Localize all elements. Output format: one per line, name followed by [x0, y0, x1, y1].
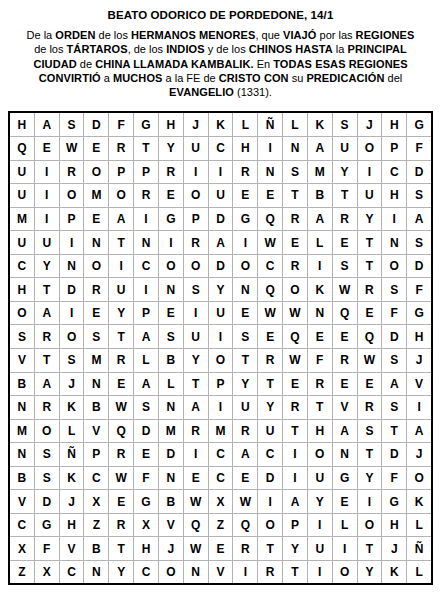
grid-cell-r16c14[interactable]: G [333, 467, 357, 490]
grid-cell-r10c5[interactable]: T [109, 325, 133, 348]
grid-cell-r7c2[interactable]: Y [35, 255, 59, 278]
grid-cell-r16c9[interactable]: C [209, 467, 233, 490]
grid-cell-r17c5[interactable]: E [109, 490, 133, 513]
grid-cell-r5c7[interactable]: G [159, 208, 183, 231]
grid-cell-r15c11[interactable]: C [258, 443, 282, 466]
grid-cell-r17c3[interactable]: J [60, 490, 84, 513]
grid-cell-r18c15[interactable]: O [358, 514, 382, 537]
grid-cell-r12c15[interactable]: E [358, 373, 382, 396]
grid-cell-r9c8[interactable]: I [184, 302, 208, 325]
grid-cell-r18c3[interactable]: H [60, 514, 84, 537]
grid-cell-r5c14[interactable]: R [333, 208, 357, 231]
grid-cell-r1c9[interactable]: K [209, 113, 233, 136]
grid-cell-r12c13[interactable]: R [308, 373, 332, 396]
grid-cell-r18c7[interactable]: V [159, 514, 183, 537]
grid-cell-r9c17[interactable]: G [407, 302, 431, 325]
grid-cell-r13c17[interactable]: I [407, 396, 431, 419]
grid-cell-r19c17[interactable]: Ñ [407, 537, 431, 560]
grid-cell-r15c7[interactable]: D [159, 443, 183, 466]
grid-cell-r16c7[interactable]: N [159, 467, 183, 490]
grid-cell-r3c5[interactable]: P [109, 161, 133, 184]
grid-cell-r6c13[interactable]: L [308, 231, 332, 254]
grid-cell-r8c10[interactable]: N [233, 278, 257, 301]
grid-cell-r17c8[interactable]: W [184, 490, 208, 513]
grid-cell-r15c2[interactable]: S [35, 443, 59, 466]
grid-cell-r12c9[interactable]: P [209, 373, 233, 396]
grid-cell-r14c13[interactable]: H [308, 420, 332, 443]
grid-cell-r17c9[interactable]: X [209, 490, 233, 513]
grid-cell-r19c11[interactable]: T [258, 537, 282, 560]
grid-cell-r20c13[interactable]: I [308, 561, 332, 584]
grid-cell-r15c9[interactable]: C [209, 443, 233, 466]
grid-cell-r2c2[interactable]: E [35, 137, 59, 160]
grid-cell-r8c4[interactable]: R [84, 278, 108, 301]
grid-cell-r12c2[interactable]: A [35, 373, 59, 396]
grid-cell-r17c2[interactable]: D [35, 490, 59, 513]
grid-cell-r2c4[interactable]: E [84, 137, 108, 160]
grid-cell-r14c16[interactable]: T [382, 420, 406, 443]
grid-cell-r5c4[interactable]: E [84, 208, 108, 231]
grid-cell-r9c3[interactable]: I [60, 302, 84, 325]
grid-cell-r18c17[interactable]: L [407, 514, 431, 537]
grid-cell-r1c14[interactable]: S [333, 113, 357, 136]
grid-cell-r3c12[interactable]: S [283, 161, 307, 184]
grid-cell-r8c3[interactable]: D [60, 278, 84, 301]
grid-cell-r15c3[interactable]: Ñ [60, 443, 84, 466]
grid-cell-r11c13[interactable]: F [308, 349, 332, 372]
grid-cell-r9c14[interactable]: Q [333, 302, 357, 325]
grid-cell-r17c13[interactable]: Y [308, 490, 332, 513]
grid-cell-r16c13[interactable]: U [308, 467, 332, 490]
grid-cell-r17c11[interactable]: I [258, 490, 282, 513]
grid-cell-r2c3[interactable]: W [60, 137, 84, 160]
grid-cell-r14c7[interactable]: M [159, 420, 183, 443]
grid-cell-r4c16[interactable]: H [382, 184, 406, 207]
grid-cell-r11c2[interactable]: T [35, 349, 59, 372]
grid-cell-r14c4[interactable]: V [84, 420, 108, 443]
grid-cell-r17c14[interactable]: E [333, 490, 357, 513]
grid-cell-r19c16[interactable]: J [382, 537, 406, 560]
grid-cell-r20c8[interactable]: N [184, 561, 208, 584]
grid-cell-r18c2[interactable]: G [35, 514, 59, 537]
grid-cell-r19c4[interactable]: B [84, 537, 108, 560]
grid-cell-r15c15[interactable]: T [358, 443, 382, 466]
grid-cell-r8c17[interactable]: F [407, 278, 431, 301]
grid-cell-r3c10[interactable]: R [233, 161, 257, 184]
grid-cell-r1c17[interactable]: G [407, 113, 431, 136]
grid-cell-r3c8[interactable]: I [184, 161, 208, 184]
grid-cell-r20c14[interactable]: O [333, 561, 357, 584]
grid-cell-r14c12[interactable]: T [283, 420, 307, 443]
grid-cell-r13c16[interactable]: S [382, 396, 406, 419]
grid-cell-r8c8[interactable]: S [184, 278, 208, 301]
grid-cell-r12c11[interactable]: T [258, 373, 282, 396]
grid-cell-r20c10[interactable]: I [233, 561, 257, 584]
grid-cell-r17c10[interactable]: W [233, 490, 257, 513]
grid-cell-r4c13[interactable]: B [308, 184, 332, 207]
grid-cell-r6c8[interactable]: R [184, 231, 208, 254]
grid-cell-r2c9[interactable]: C [209, 137, 233, 160]
grid-cell-r4c2[interactable]: I [35, 184, 59, 207]
grid-cell-r20c17[interactable]: L [407, 561, 431, 584]
grid-cell-r5c9[interactable]: D [209, 208, 233, 231]
grid-cell-r5c10[interactable]: G [233, 208, 257, 231]
grid-cell-r1c15[interactable]: J [358, 113, 382, 136]
grid-cell-r8c15[interactable]: R [358, 278, 382, 301]
grid-cell-r9c6[interactable]: P [134, 302, 158, 325]
grid-cell-r7c9[interactable]: D [209, 255, 233, 278]
grid-cell-r15c5[interactable]: R [109, 443, 133, 466]
grid-cell-r1c1[interactable]: H [10, 113, 34, 136]
grid-cell-r13c8[interactable]: A [184, 396, 208, 419]
grid-cell-r9c9[interactable]: U [209, 302, 233, 325]
grid-cell-r12c12[interactable]: E [283, 373, 307, 396]
grid-cell-r6c7[interactable]: I [159, 231, 183, 254]
grid-cell-r4c11[interactable]: E [258, 184, 282, 207]
grid-cell-r5c1[interactable]: M [10, 208, 34, 231]
grid-cell-r9c1[interactable]: O [10, 302, 34, 325]
grid-cell-r11c15[interactable]: W [358, 349, 382, 372]
grid-cell-r5c5[interactable]: A [109, 208, 133, 231]
grid-cell-r6c17[interactable]: S [407, 231, 431, 254]
grid-cell-r8c12[interactable]: O [283, 278, 307, 301]
grid-cell-r19c10[interactable]: R [233, 537, 257, 560]
grid-cell-r19c15[interactable]: T [358, 537, 382, 560]
grid-cell-r14c3[interactable]: L [60, 420, 84, 443]
grid-cell-r14c5[interactable]: Q [109, 420, 133, 443]
grid-cell-r7c10[interactable]: O [233, 255, 257, 278]
grid-cell-r14c1[interactable]: M [10, 420, 34, 443]
grid-cell-r4c4[interactable]: M [84, 184, 108, 207]
grid-cell-r11c9[interactable]: O [209, 349, 233, 372]
grid-cell-r13c7[interactable]: N [159, 396, 183, 419]
grid-cell-r17c4[interactable]: X [84, 490, 108, 513]
grid-cell-r2c5[interactable]: R [109, 137, 133, 160]
grid-cell-r14c11[interactable]: U [258, 420, 282, 443]
grid-cell-r16c5[interactable]: W [109, 467, 133, 490]
grid-cell-r13c9[interactable]: I [209, 396, 233, 419]
grid-cell-r18c10[interactable]: Q [233, 514, 257, 537]
grid-cell-r6c6[interactable]: N [134, 231, 158, 254]
grid-cell-r6c1[interactable]: U [10, 231, 34, 254]
grid-cell-r5c8[interactable]: P [184, 208, 208, 231]
grid-cell-r16c6[interactable]: F [134, 467, 158, 490]
grid-cell-r1c13[interactable]: K [308, 113, 332, 136]
grid-cell-r9c7[interactable]: E [159, 302, 183, 325]
grid-cell-r13c12[interactable]: R [283, 396, 307, 419]
grid-cell-r4c3[interactable]: O [60, 184, 84, 207]
grid-cell-r18c12[interactable]: P [283, 514, 307, 537]
grid-cell-r2c17[interactable]: F [407, 137, 431, 160]
grid-cell-r8c13[interactable]: K [308, 278, 332, 301]
grid-cell-r7c12[interactable]: R [283, 255, 307, 278]
grid-cell-r19c13[interactable]: U [308, 537, 332, 560]
grid-cell-r16c4[interactable]: C [84, 467, 108, 490]
grid-cell-r16c10[interactable]: E [233, 467, 257, 490]
grid-cell-r13c4[interactable]: B [84, 396, 108, 419]
grid-cell-r7c3[interactable]: N [60, 255, 84, 278]
grid-cell-r4c8[interactable]: O [184, 184, 208, 207]
grid-cell-r19c5[interactable]: T [109, 537, 133, 560]
grid-cell-r19c14[interactable]: I [333, 537, 357, 560]
grid-cell-r9c12[interactable]: W [283, 302, 307, 325]
grid-cell-r12c4[interactable]: N [84, 373, 108, 396]
grid-cell-r15c17[interactable]: J [407, 443, 431, 466]
grid-cell-r4c6[interactable]: R [134, 184, 158, 207]
grid-cell-r4c5[interactable]: O [109, 184, 133, 207]
grid-cell-r12c8[interactable]: T [184, 373, 208, 396]
grid-cell-r1c8[interactable]: J [184, 113, 208, 136]
grid-cell-r5c15[interactable]: Y [358, 208, 382, 231]
grid-cell-r20c5[interactable]: Y [109, 561, 133, 584]
grid-cell-r10c8[interactable]: U [184, 325, 208, 348]
grid-cell-r1c7[interactable]: H [159, 113, 183, 136]
grid-cell-r8c2[interactable]: T [35, 278, 59, 301]
grid-cell-r9c16[interactable]: F [382, 302, 406, 325]
grid-cell-r4c10[interactable]: E [233, 184, 257, 207]
grid-cell-r2c16[interactable]: P [382, 137, 406, 160]
grid-cell-r2c10[interactable]: H [233, 137, 257, 160]
grid-cell-r8c16[interactable]: S [382, 278, 406, 301]
grid-cell-r19c1[interactable]: X [10, 537, 34, 560]
grid-cell-r2c7[interactable]: Y [159, 137, 183, 160]
grid-cell-r8c7[interactable]: N [159, 278, 183, 301]
grid-cell-r5c6[interactable]: I [134, 208, 158, 231]
grid-cell-r15c4[interactable]: P [84, 443, 108, 466]
grid-cell-r16c2[interactable]: S [35, 467, 59, 490]
grid-cell-r12c5[interactable]: E [109, 373, 133, 396]
grid-cell-r17c12[interactable]: A [283, 490, 307, 513]
grid-cell-r20c3[interactable]: C [60, 561, 84, 584]
grid-cell-r14c9[interactable]: M [209, 420, 233, 443]
grid-cell-r12c16[interactable]: A [382, 373, 406, 396]
grid-cell-r14c6[interactable]: D [134, 420, 158, 443]
grid-cell-r2c14[interactable]: U [333, 137, 357, 160]
grid-cell-r11c10[interactable]: T [233, 349, 257, 372]
grid-cell-r2c11[interactable]: I [258, 137, 282, 160]
grid-cell-r11c17[interactable]: J [407, 349, 431, 372]
grid-cell-r15c1[interactable]: N [10, 443, 34, 466]
grid-cell-r16c11[interactable]: D [258, 467, 282, 490]
grid-cell-r2c15[interactable]: O [358, 137, 382, 160]
grid-cell-r10c10[interactable]: S [233, 325, 257, 348]
grid-cell-r9c10[interactable]: E [233, 302, 257, 325]
grid-cell-r2c12[interactable]: N [283, 137, 307, 160]
grid-cell-r2c6[interactable]: T [134, 137, 158, 160]
grid-cell-r10c12[interactable]: Q [283, 325, 307, 348]
grid-cell-r16c1[interactable]: B [10, 467, 34, 490]
grid-cell-r19c6[interactable]: H [134, 537, 158, 560]
grid-cell-r10c2[interactable]: R [35, 325, 59, 348]
grid-cell-r18c4[interactable]: Z [84, 514, 108, 537]
grid-cell-r8c14[interactable]: W [333, 278, 357, 301]
grid-cell-r5c17[interactable]: A [407, 208, 431, 231]
grid-cell-r7c4[interactable]: O [84, 255, 108, 278]
grid-cell-r3c4[interactable]: O [84, 161, 108, 184]
grid-cell-r20c12[interactable]: T [283, 561, 307, 584]
grid-cell-r19c7[interactable]: J [159, 537, 183, 560]
grid-cell-r4c7[interactable]: E [159, 184, 183, 207]
grid-cell-r14c2[interactable]: O [35, 420, 59, 443]
grid-cell-r1c5[interactable]: F [109, 113, 133, 136]
grid-cell-r8c6[interactable]: I [134, 278, 158, 301]
grid-cell-r9c13[interactable]: N [308, 302, 332, 325]
grid-cell-r9c2[interactable]: A [35, 302, 59, 325]
grid-cell-r12c7[interactable]: L [159, 373, 183, 396]
grid-cell-r20c9[interactable]: V [209, 561, 233, 584]
grid-cell-r10c15[interactable]: Q [358, 325, 382, 348]
grid-cell-r11c11[interactable]: R [258, 349, 282, 372]
grid-cell-r12c6[interactable]: A [134, 373, 158, 396]
grid-cell-r7c13[interactable]: I [308, 255, 332, 278]
grid-cell-r1c10[interactable]: L [233, 113, 257, 136]
grid-cell-r14c10[interactable]: R [233, 420, 257, 443]
grid-cell-r19c2[interactable]: F [35, 537, 59, 560]
grid-cell-r7c17[interactable]: D [407, 255, 431, 278]
grid-cell-r1c2[interactable]: A [35, 113, 59, 136]
grid-cell-r10c3[interactable]: O [60, 325, 84, 348]
grid-cell-r11c16[interactable]: S [382, 349, 406, 372]
grid-cell-r6c4[interactable]: N [84, 231, 108, 254]
grid-cell-r7c8[interactable]: O [184, 255, 208, 278]
grid-cell-r11c3[interactable]: S [60, 349, 84, 372]
grid-cell-r3c15[interactable]: I [358, 161, 382, 184]
grid-cell-r9c5[interactable]: Y [109, 302, 133, 325]
grid-cell-r20c7[interactable]: O [159, 561, 183, 584]
grid-cell-r3c17[interactable]: D [407, 161, 431, 184]
grid-cell-r13c11[interactable]: Y [258, 396, 282, 419]
grid-cell-r19c3[interactable]: V [60, 537, 84, 560]
grid-cell-r6c14[interactable]: E [333, 231, 357, 254]
grid-cell-r19c8[interactable]: W [184, 537, 208, 560]
grid-cell-r11c14[interactable]: R [333, 349, 357, 372]
grid-cell-r6c12[interactable]: E [283, 231, 307, 254]
grid-cell-r3c3[interactable]: R [60, 161, 84, 184]
grid-cell-r7c6[interactable]: C [134, 255, 158, 278]
grid-cell-r12c1[interactable]: B [10, 373, 34, 396]
grid-cell-r15c13[interactable]: O [308, 443, 332, 466]
grid-cell-r10c13[interactable]: E [308, 325, 332, 348]
grid-cell-r15c8[interactable]: I [184, 443, 208, 466]
grid-cell-r16c3[interactable]: K [60, 467, 84, 490]
grid-cell-r5c16[interactable]: I [382, 208, 406, 231]
grid-cell-r12c17[interactable]: V [407, 373, 431, 396]
grid-cell-r10c4[interactable]: S [84, 325, 108, 348]
grid-cell-r11c8[interactable]: Y [184, 349, 208, 372]
grid-cell-r3c14[interactable]: Y [333, 161, 357, 184]
grid-cell-r17c7[interactable]: B [159, 490, 183, 513]
grid-cell-r2c1[interactable]: Q [10, 137, 34, 160]
grid-cell-r1c4[interactable]: D [84, 113, 108, 136]
grid-cell-r11c4[interactable]: M [84, 349, 108, 372]
grid-cell-r1c12[interactable]: L [283, 113, 307, 136]
grid-cell-r6c2[interactable]: U [35, 231, 59, 254]
grid-cell-r18c5[interactable]: R [109, 514, 133, 537]
grid-cell-r4c14[interactable]: T [333, 184, 357, 207]
grid-cell-r18c16[interactable]: H [382, 514, 406, 537]
grid-cell-r10c11[interactable]: E [258, 325, 282, 348]
grid-cell-r5c2[interactable]: I [35, 208, 59, 231]
grid-cell-r18c14[interactable]: L [333, 514, 357, 537]
grid-cell-r4c17[interactable]: S [407, 184, 431, 207]
grid-cell-r9c15[interactable]: E [358, 302, 382, 325]
grid-cell-r11c7[interactable]: B [159, 349, 183, 372]
grid-cell-r6c5[interactable]: T [109, 231, 133, 254]
grid-cell-r10c7[interactable]: S [159, 325, 183, 348]
grid-cell-r3c16[interactable]: C [382, 161, 406, 184]
grid-cell-r10c9[interactable]: I [209, 325, 233, 348]
grid-cell-r18c9[interactable]: Z [209, 514, 233, 537]
grid-cell-r3c6[interactable]: P [134, 161, 158, 184]
grid-cell-r14c15[interactable]: S [358, 420, 382, 443]
grid-cell-r14c14[interactable]: A [333, 420, 357, 443]
grid-cell-r20c11[interactable]: R [258, 561, 282, 584]
grid-cell-r20c2[interactable]: X [35, 561, 59, 584]
grid-cell-r8c9[interactable]: Y [209, 278, 233, 301]
grid-cell-r16c12[interactable]: I [283, 467, 307, 490]
grid-cell-r20c16[interactable]: K [382, 561, 406, 584]
grid-cell-r20c4[interactable]: N [84, 561, 108, 584]
grid-cell-r2c8[interactable]: U [184, 137, 208, 160]
grid-cell-r12c10[interactable]: Y [233, 373, 257, 396]
grid-cell-r13c3[interactable]: K [60, 396, 84, 419]
grid-cell-r12c14[interactable]: E [333, 373, 357, 396]
grid-cell-r11c5[interactable]: R [109, 349, 133, 372]
grid-cell-r3c2[interactable]: I [35, 161, 59, 184]
grid-cell-r6c16[interactable]: N [382, 231, 406, 254]
grid-cell-r19c9[interactable]: E [209, 537, 233, 560]
grid-cell-r3c13[interactable]: M [308, 161, 332, 184]
grid-cell-r20c6[interactable]: C [134, 561, 158, 584]
grid-cell-r17c16[interactable]: G [382, 490, 406, 513]
grid-cell-r15c14[interactable]: N [333, 443, 357, 466]
grid-cell-r17c17[interactable]: K [407, 490, 431, 513]
grid-cell-r5c13[interactable]: A [308, 208, 332, 231]
grid-cell-r4c1[interactable]: U [10, 184, 34, 207]
grid-cell-r5c11[interactable]: Q [258, 208, 282, 231]
grid-cell-r16c8[interactable]: E [184, 467, 208, 490]
grid-cell-r15c6[interactable]: E [134, 443, 158, 466]
grid-cell-r11c6[interactable]: L [134, 349, 158, 372]
grid-cell-r9c11[interactable]: W [258, 302, 282, 325]
grid-cell-r3c1[interactable]: U [10, 161, 34, 184]
grid-cell-r13c2[interactable]: R [35, 396, 59, 419]
grid-cell-r7c15[interactable]: T [358, 255, 382, 278]
grid-cell-r6c11[interactable]: W [258, 231, 282, 254]
grid-cell-r3c11[interactable]: N [258, 161, 282, 184]
grid-cell-r13c15[interactable]: R [358, 396, 382, 419]
grid-cell-r4c15[interactable]: U [358, 184, 382, 207]
grid-cell-r13c10[interactable]: U [233, 396, 257, 419]
grid-cell-r19c12[interactable]: Y [283, 537, 307, 560]
grid-cell-r3c7[interactable]: R [159, 161, 183, 184]
grid-cell-r6c9[interactable]: A [209, 231, 233, 254]
grid-cell-r11c1[interactable]: V [10, 349, 34, 372]
grid-cell-r10c1[interactable]: S [10, 325, 34, 348]
grid-cell-r17c1[interactable]: V [10, 490, 34, 513]
grid-cell-r16c15[interactable]: Y [358, 467, 382, 490]
grid-cell-r12c3[interactable]: J [60, 373, 84, 396]
grid-cell-r6c15[interactable]: T [358, 231, 382, 254]
grid-cell-r8c1[interactable]: H [10, 278, 34, 301]
grid-cell-r9c4[interactable]: E [84, 302, 108, 325]
grid-cell-r7c7[interactable]: O [159, 255, 183, 278]
grid-cell-r6c3[interactable]: I [60, 231, 84, 254]
grid-cell-r7c11[interactable]: C [258, 255, 282, 278]
grid-cell-r18c8[interactable]: Q [184, 514, 208, 537]
grid-cell-r8c5[interactable]: U [109, 278, 133, 301]
grid-cell-r10c17[interactable]: H [407, 325, 431, 348]
